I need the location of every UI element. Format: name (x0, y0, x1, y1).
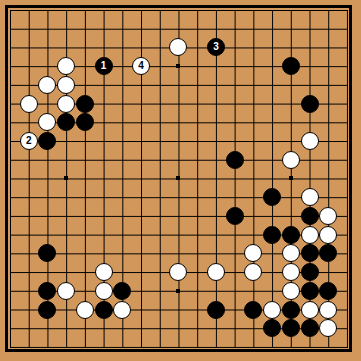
black-stone (207, 301, 225, 319)
white-stone (57, 76, 75, 94)
black-stone (76, 95, 94, 113)
black-stone (282, 57, 300, 75)
white-stone-move-4: 4 (132, 57, 150, 75)
white-stone (301, 226, 319, 244)
black-stone (263, 226, 281, 244)
white-stone (319, 301, 337, 319)
white-stone (282, 244, 300, 262)
black-stone-move-3: 3 (207, 38, 225, 56)
white-stone (301, 301, 319, 319)
black-stone (57, 113, 75, 131)
black-stone (301, 319, 319, 337)
black-stone (226, 151, 244, 169)
white-stone (76, 301, 94, 319)
white-stone (38, 113, 56, 131)
white-stone-move-2: 2 (20, 132, 38, 150)
white-stone (282, 263, 300, 281)
star-point (289, 176, 293, 180)
black-stone (38, 132, 56, 150)
black-stone (263, 319, 281, 337)
black-stone (301, 207, 319, 225)
white-stone (319, 319, 337, 337)
black-stone (319, 244, 337, 262)
black-stone (301, 95, 319, 113)
star-point (176, 64, 180, 68)
star-point (176, 289, 180, 293)
white-stone (95, 282, 113, 300)
black-stone (76, 113, 94, 131)
move-number-label: 4 (138, 61, 144, 71)
white-stone (301, 132, 319, 150)
black-stone-move-1: 1 (95, 57, 113, 75)
white-stone (244, 244, 262, 262)
black-stone (263, 188, 281, 206)
move-number-label: 3 (213, 42, 219, 52)
star-point (64, 176, 68, 180)
black-stone (301, 282, 319, 300)
white-stone (57, 95, 75, 113)
black-stone (38, 301, 56, 319)
white-stone (169, 38, 187, 56)
black-stone (38, 244, 56, 262)
white-stone (169, 263, 187, 281)
white-stone (57, 57, 75, 75)
black-stone (226, 207, 244, 225)
white-stone (57, 282, 75, 300)
white-stone (38, 76, 56, 94)
black-stone (301, 244, 319, 262)
white-stone (301, 188, 319, 206)
white-stone (95, 263, 113, 281)
white-stone (20, 95, 38, 113)
black-stone (301, 263, 319, 281)
white-stone (263, 301, 281, 319)
black-stone (38, 282, 56, 300)
white-stone (319, 207, 337, 225)
black-stone (319, 282, 337, 300)
black-stone (282, 226, 300, 244)
white-stone (282, 151, 300, 169)
black-stone (282, 319, 300, 337)
white-stone (113, 301, 131, 319)
move-number-label: 2 (26, 136, 32, 146)
white-stone (319, 226, 337, 244)
black-stone (95, 301, 113, 319)
go-board[interactable]: 3142 (0, 0, 361, 361)
black-stone (282, 301, 300, 319)
white-stone (244, 263, 262, 281)
move-number-label: 1 (101, 61, 107, 71)
white-stone (282, 282, 300, 300)
black-stone (113, 282, 131, 300)
white-stone (207, 263, 225, 281)
black-stone (244, 301, 262, 319)
star-point (176, 176, 180, 180)
